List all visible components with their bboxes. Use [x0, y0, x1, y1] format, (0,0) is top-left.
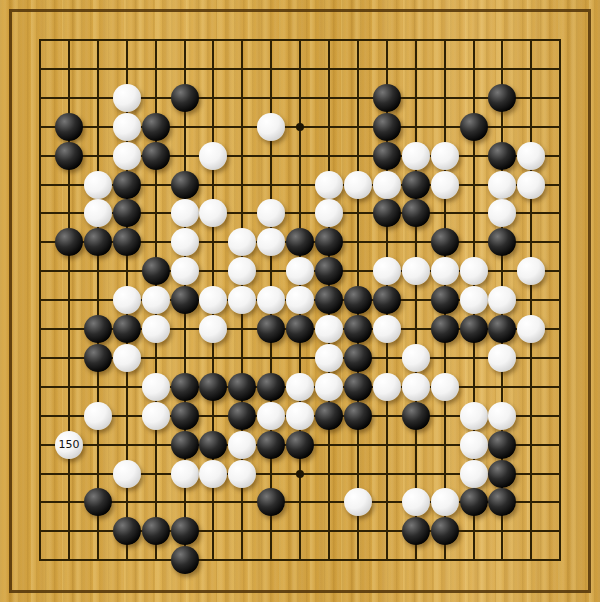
stone-black[interactable] [402, 171, 430, 199]
stone-black[interactable] [171, 171, 199, 199]
stone-white[interactable] [344, 171, 372, 199]
hoshi-point [296, 470, 304, 478]
stone-white[interactable] [84, 171, 112, 199]
stone-black[interactable] [373, 142, 401, 170]
stone-black[interactable] [228, 373, 256, 401]
stone-white[interactable] [488, 199, 516, 227]
stone-black[interactable] [171, 431, 199, 459]
stone-white[interactable] [113, 460, 141, 488]
grid-line [415, 39, 417, 561]
stone-black[interactable] [286, 228, 314, 256]
stone-white[interactable] [373, 171, 401, 199]
stone-white[interactable] [84, 402, 112, 430]
stone-white[interactable] [171, 460, 199, 488]
stone-white[interactable] [199, 199, 227, 227]
stone-black[interactable] [431, 286, 459, 314]
stone-white[interactable] [402, 373, 430, 401]
stone-black[interactable] [373, 286, 401, 314]
stone-black[interactable] [55, 228, 83, 256]
stone-white[interactable] [517, 142, 545, 170]
stone-white[interactable] [286, 373, 314, 401]
stone-black[interactable] [84, 228, 112, 256]
stone-white[interactable] [431, 257, 459, 285]
stone-black[interactable] [488, 488, 516, 516]
stone-white[interactable] [199, 460, 227, 488]
stone-white[interactable] [257, 228, 285, 256]
stone-black[interactable] [344, 315, 372, 343]
stone-white[interactable] [431, 142, 459, 170]
stone-black[interactable] [171, 402, 199, 430]
stone-white[interactable] [257, 113, 285, 141]
stone-black[interactable] [402, 517, 430, 545]
stone-black[interactable] [171, 546, 199, 574]
stone-white[interactable] [142, 402, 170, 430]
stone-black[interactable] [228, 402, 256, 430]
grid-line [530, 39, 532, 561]
stone-white[interactable] [199, 142, 227, 170]
stone-white[interactable] [488, 171, 516, 199]
stone-white[interactable] [228, 228, 256, 256]
stone-white[interactable] [257, 286, 285, 314]
stone-white[interactable] [228, 460, 256, 488]
stone-white[interactable] [373, 315, 401, 343]
stone-white[interactable] [402, 488, 430, 516]
stone-white[interactable] [373, 257, 401, 285]
stone-black[interactable] [488, 460, 516, 488]
stone-black[interactable] [84, 344, 112, 372]
stone-white[interactable] [488, 344, 516, 372]
stone-white[interactable] [431, 488, 459, 516]
stone-black[interactable] [488, 228, 516, 256]
stone-white[interactable] [113, 113, 141, 141]
stone-white[interactable] [113, 142, 141, 170]
stone-black[interactable] [373, 113, 401, 141]
stone-black[interactable] [344, 344, 372, 372]
stone-white[interactable] [344, 488, 372, 516]
stone-white[interactable] [488, 402, 516, 430]
stone-white[interactable] [315, 171, 343, 199]
stone-white[interactable] [142, 373, 170, 401]
stone-white[interactable] [199, 286, 227, 314]
stone-black[interactable] [113, 199, 141, 227]
stone-black[interactable] [315, 257, 343, 285]
stone-white[interactable] [315, 373, 343, 401]
stone-black[interactable] [460, 113, 488, 141]
stone-white[interactable] [286, 257, 314, 285]
stone-white[interactable] [199, 315, 227, 343]
stone-black[interactable] [84, 315, 112, 343]
stone-black[interactable] [460, 315, 488, 343]
stone-black[interactable] [257, 373, 285, 401]
stone-black[interactable] [373, 199, 401, 227]
stone-black[interactable] [431, 517, 459, 545]
move-number-label: 150 [58, 439, 79, 450]
stone-black[interactable] [488, 142, 516, 170]
stone-white[interactable] [171, 257, 199, 285]
stone-black[interactable] [257, 488, 285, 516]
stone-black[interactable] [402, 402, 430, 430]
stone-white[interactable] [315, 344, 343, 372]
stone-white[interactable] [84, 199, 112, 227]
stone-black[interactable] [171, 84, 199, 112]
stone-black[interactable] [402, 199, 430, 227]
stone-black[interactable] [315, 228, 343, 256]
stone-black[interactable] [142, 517, 170, 545]
stone-black[interactable] [199, 431, 227, 459]
stone-white[interactable] [517, 171, 545, 199]
stone-white[interactable] [315, 315, 343, 343]
stone-white[interactable] [402, 344, 430, 372]
stone-white[interactable] [460, 431, 488, 459]
stone-white[interactable] [431, 373, 459, 401]
stone-white[interactable] [113, 344, 141, 372]
stone-black[interactable] [199, 373, 227, 401]
stone-white[interactable] [286, 286, 314, 314]
stone-black[interactable] [344, 373, 372, 401]
stone-black[interactable] [113, 171, 141, 199]
stone-white[interactable] [488, 286, 516, 314]
stone-white[interactable] [113, 286, 141, 314]
stone-white[interactable] [257, 402, 285, 430]
stone-white[interactable] [517, 315, 545, 343]
stone-white[interactable] [460, 257, 488, 285]
stone-black[interactable] [286, 431, 314, 459]
stone-black[interactable] [171, 373, 199, 401]
stone-black[interactable] [488, 431, 516, 459]
stone-white[interactable] [228, 257, 256, 285]
stone-black[interactable] [257, 431, 285, 459]
stone-white[interactable] [460, 286, 488, 314]
stone-white[interactable] [517, 257, 545, 285]
stone-white[interactable]: 150 [55, 431, 83, 459]
goban[interactable]: 150 [0, 0, 600, 602]
stone-black[interactable] [344, 402, 372, 430]
stone-black[interactable] [315, 402, 343, 430]
stone-white[interactable] [228, 431, 256, 459]
stone-black[interactable] [315, 286, 343, 314]
hoshi-point [296, 123, 304, 131]
stone-black[interactable] [113, 517, 141, 545]
stone-white[interactable] [460, 460, 488, 488]
stone-black[interactable] [344, 286, 372, 314]
stone-black[interactable] [488, 84, 516, 112]
stone-black[interactable] [460, 488, 488, 516]
stone-black[interactable] [55, 142, 83, 170]
grid-line [559, 39, 561, 561]
stone-black[interactable] [171, 286, 199, 314]
stone-black[interactable] [286, 315, 314, 343]
stone-white[interactable] [460, 402, 488, 430]
stone-black[interactable] [431, 228, 459, 256]
stone-white[interactable] [142, 286, 170, 314]
stone-black[interactable] [373, 84, 401, 112]
stone-white[interactable] [373, 373, 401, 401]
stone-black[interactable] [113, 315, 141, 343]
stone-white[interactable] [431, 171, 459, 199]
stone-white[interactable] [171, 228, 199, 256]
stone-white[interactable] [228, 286, 256, 314]
stone-black[interactable] [55, 113, 83, 141]
stone-black[interactable] [84, 488, 112, 516]
stone-white[interactable] [402, 142, 430, 170]
stone-black[interactable] [142, 142, 170, 170]
stone-white[interactable] [315, 199, 343, 227]
stone-black[interactable] [257, 315, 285, 343]
stone-white[interactable] [257, 199, 285, 227]
stone-black[interactable] [142, 113, 170, 141]
stone-black[interactable] [142, 257, 170, 285]
stone-black[interactable] [488, 315, 516, 343]
stone-black[interactable] [431, 315, 459, 343]
grid-line [39, 559, 561, 561]
stone-black[interactable] [113, 228, 141, 256]
stone-white[interactable] [142, 315, 170, 343]
stone-black[interactable] [171, 517, 199, 545]
stone-white[interactable] [286, 402, 314, 430]
stone-white[interactable] [402, 257, 430, 285]
stone-white[interactable] [113, 84, 141, 112]
stone-white[interactable] [171, 199, 199, 227]
